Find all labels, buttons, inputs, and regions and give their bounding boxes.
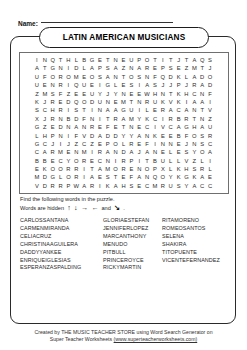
instructions-line2: Words are hidden ↑↓→← and ↘ .: [20, 203, 125, 212]
grid-cell: E: [88, 81, 96, 89]
page-title: LATIN AMERICAN MUSICIANS: [63, 33, 186, 42]
grid-cell: N: [143, 173, 151, 181]
grid-cell: R: [57, 182, 65, 190]
grid-cell: U: [33, 81, 41, 89]
grid-cell: N: [159, 90, 167, 98]
grid-cell: I: [151, 140, 159, 148]
grid-cell: R: [88, 182, 96, 190]
word-list-item: MARCANTHONY: [103, 233, 149, 241]
grid-cell: D: [64, 98, 72, 106]
grid-cell: D: [88, 132, 96, 140]
grid-cell: H: [183, 90, 191, 98]
title-banner: LATIN AMERICAN MUSICIANS: [39, 27, 209, 48]
grid-cell: B: [175, 115, 183, 123]
grid-cell: S: [198, 140, 206, 148]
grid-cell: L: [167, 165, 175, 173]
grid-cell: E: [135, 182, 143, 190]
grid-cell: R: [57, 73, 65, 81]
name-blank-line[interactable]: [41, 15, 173, 23]
grid-cell: B: [80, 56, 88, 64]
grid-cell: K: [175, 73, 183, 81]
word-list-item: MENUDO: [103, 241, 149, 249]
grid-cell: N: [151, 148, 159, 156]
grid-cell: D: [167, 73, 175, 81]
grid-cell: N: [104, 157, 112, 165]
grid-cell: S: [190, 165, 198, 173]
grid-cell: V: [167, 98, 175, 106]
grid-cell: P: [151, 165, 159, 173]
grid-cell: R: [183, 115, 191, 123]
grid-cell: L: [167, 148, 175, 156]
grid-cell: N: [135, 165, 143, 173]
grid-cell: E: [135, 123, 143, 131]
grid-cell: E: [57, 98, 65, 106]
grid-cell: R: [143, 64, 151, 72]
grid-cell: O: [143, 56, 151, 64]
grid-cell: F: [206, 90, 214, 98]
grid-cell: Z: [88, 140, 96, 148]
grid-cell: N: [96, 106, 104, 114]
grid-cell: N: [104, 98, 112, 106]
grid-cell: Q: [151, 173, 159, 181]
grid-cell: X: [159, 165, 167, 173]
grid-cell: Q: [49, 56, 57, 64]
grid-cell: Y: [190, 148, 198, 156]
grid-cell: M: [190, 64, 198, 72]
grid-cell: E: [112, 98, 120, 106]
grid-cell: R: [127, 140, 135, 148]
grid-cell: J: [175, 56, 183, 64]
grid-cell: X: [33, 115, 41, 123]
grid-cell: I: [96, 182, 104, 190]
grid-cell: C: [151, 115, 159, 123]
grid-cell: Y: [127, 132, 135, 140]
grid-cell: H: [64, 56, 72, 64]
grid-cell: O: [49, 165, 57, 173]
grid-cell: V: [206, 106, 214, 114]
grid-cell: K: [175, 165, 183, 173]
grid-cell: S: [96, 73, 104, 81]
footer-link[interactable]: (www.superteacherworksheets.com): [114, 336, 198, 342]
grid-cell: R: [159, 106, 167, 114]
grid-cell: A: [112, 64, 120, 72]
grid-cell: O: [112, 165, 120, 173]
grid-cell: K: [175, 173, 183, 181]
grid-cell: M: [80, 148, 88, 156]
grid-cell: N: [64, 123, 72, 131]
grid-cell: E: [127, 165, 135, 173]
word-list-item: ROMEOSANTOS: [162, 225, 220, 233]
grid-cell: G: [120, 106, 128, 114]
grid-cell: E: [80, 73, 88, 81]
word-list-item: SHAKIRA: [162, 241, 220, 249]
grid-cell: A: [88, 64, 96, 72]
word-list-item: RICKYMARTIN: [103, 264, 149, 272]
grid-cell: K: [190, 173, 198, 181]
grid-cell: N: [190, 106, 198, 114]
grid-cell: B: [33, 157, 41, 165]
grid-cell: S: [33, 106, 41, 114]
grid-cell: F: [104, 123, 112, 131]
word-list-item: GLORIAESTEFAN: [103, 217, 149, 225]
word-list-item: CHRISTINAAGUILERA: [20, 241, 81, 249]
grid-cell: F: [151, 73, 159, 81]
grid-cell: O: [72, 157, 80, 165]
grid-cell: P: [64, 182, 72, 190]
grid-cell: I: [64, 81, 72, 89]
grid-cell: N: [57, 132, 65, 140]
grid-cell: J: [41, 98, 49, 106]
grid-cell: I: [159, 56, 167, 64]
grid-cell: N: [72, 148, 80, 156]
grid-cell: I: [206, 157, 214, 165]
grid-cell: J: [104, 90, 112, 98]
grid-cell: T: [198, 64, 206, 72]
grid-cell: A: [190, 73, 198, 81]
footer: Created by THE MUSIC TEACHER STORE using…: [0, 329, 247, 344]
word-list-item: ENRIQUEIGLESIAS: [20, 257, 81, 265]
grid-cell: E: [135, 90, 143, 98]
grid-cell: H: [41, 132, 49, 140]
grid-cell: F: [57, 90, 65, 98]
grid-cell: L: [120, 140, 128, 148]
grid-cell: L: [206, 165, 214, 173]
grid-cell: T: [104, 115, 112, 123]
grid-cell: S: [127, 182, 135, 190]
grid-cell: I: [64, 106, 72, 114]
grid-cell: E: [206, 173, 214, 181]
grid-cell: N: [159, 140, 167, 148]
grid-cell: C: [167, 123, 175, 131]
word-list-item: JENNIFERLOPEZ: [103, 225, 149, 233]
grid-cell: W: [72, 182, 80, 190]
grid-cell: D: [120, 148, 128, 156]
grid-cell: A: [33, 64, 41, 72]
word-search-grid[interactable]: INQTHLBGETNEUPOTITJTAQSATGNIDLAPSAZNAREP…: [33, 56, 214, 191]
word-list-item: CARLOSSANTANA: [20, 217, 81, 225]
grid-cell: C: [198, 182, 206, 190]
grid-cell: A: [198, 81, 206, 89]
grid-cell: P: [159, 64, 167, 72]
grid-cell: S: [198, 132, 206, 140]
grid-cell: F: [72, 132, 80, 140]
grid-cell: D: [72, 64, 80, 72]
grid-cell: Y: [183, 182, 191, 190]
grid-cell: I: [33, 56, 41, 64]
grid-cell: B: [175, 132, 183, 140]
grid-cell: T: [112, 173, 120, 181]
grid-cell: T: [88, 165, 96, 173]
grid-cell: I: [80, 173, 88, 181]
grid-cell: I: [206, 98, 214, 106]
word-list-item: RITAMORENO: [162, 217, 220, 225]
grid-cell: E: [127, 90, 135, 98]
grid-cell: L: [72, 56, 80, 64]
grid-cell: N: [143, 73, 151, 81]
grid-cell: I: [96, 81, 104, 89]
grid-cell: L: [33, 132, 41, 140]
grid-cell: Y: [135, 115, 143, 123]
grid-cell: M: [72, 73, 80, 81]
grid-cell: I: [64, 132, 72, 140]
grid-cell: D: [41, 182, 49, 190]
grid-cell: S: [127, 81, 135, 89]
grid-cell: O: [198, 148, 206, 156]
grid-cell: E: [135, 140, 143, 148]
grid-cell: E: [64, 148, 72, 156]
grid-cell: T: [57, 56, 65, 64]
grid-cell: I: [80, 165, 88, 173]
grid-cell: K: [175, 90, 183, 98]
grid-cell: T: [127, 98, 135, 106]
grid-cell: A: [135, 173, 143, 181]
grid-cell: G: [33, 140, 41, 148]
grid-cell: R: [72, 173, 80, 181]
grid-cell: N: [167, 140, 175, 148]
grid-cell: L: [198, 157, 206, 165]
grid-cell: E: [159, 148, 167, 156]
grid-cell: I: [159, 115, 167, 123]
grid-cell: R: [96, 148, 104, 156]
grid-cell: A: [198, 98, 206, 106]
grid-cell: S: [104, 173, 112, 181]
grid-cell: R: [190, 81, 198, 89]
grid-cell: C: [80, 140, 88, 148]
word-list-item: DADDYYANKEE: [20, 249, 81, 257]
grid-cell: E: [159, 132, 167, 140]
grid-cell: J: [135, 148, 143, 156]
grid-cell: T: [143, 157, 151, 165]
grid-cell: I: [112, 157, 120, 165]
grid-cell: A: [206, 148, 214, 156]
grid-cell: K: [104, 182, 112, 190]
grid-cell: C: [41, 140, 49, 148]
grid-cell: A: [127, 148, 135, 156]
grid-cell: S: [72, 106, 80, 114]
grid-cell: P: [49, 132, 57, 140]
word-list-item: VICENTEFERNANDEZ: [162, 257, 220, 265]
grid-cell: A: [198, 173, 206, 181]
word-list-item: CARMENMIRANDA: [20, 225, 81, 233]
grid-cell: N: [57, 64, 65, 72]
direction-left-icon: ←: [91, 203, 98, 212]
grid-cell: O: [57, 165, 65, 173]
grid-cell: W: [143, 90, 151, 98]
grid-cell: V: [183, 157, 191, 165]
grid-cell: E: [112, 123, 120, 131]
direction-diagonal-icon: ↘: [114, 203, 120, 212]
grid-cell: T: [41, 64, 49, 72]
grid-cell: C: [96, 157, 104, 165]
grid-cell: S: [49, 90, 57, 98]
grid-cell: I: [88, 106, 96, 114]
grid-cell: A: [167, 106, 175, 114]
grid-cell: H: [190, 123, 198, 131]
grid-cell: K: [159, 98, 167, 106]
grid-cell: A: [41, 148, 49, 156]
grid-cell: R: [167, 115, 175, 123]
grid-cell: T: [120, 123, 128, 131]
grid-cell: L: [143, 106, 151, 114]
grid-cell: I: [135, 81, 143, 89]
grid-cell: S: [135, 73, 143, 81]
grid-cell: Z: [206, 115, 214, 123]
grid-cell: E: [120, 81, 128, 89]
grid-cell: T: [167, 90, 175, 98]
grid-cell: I: [151, 123, 159, 131]
grid-cell: D: [88, 98, 96, 106]
grid-cell: E: [120, 56, 128, 64]
grid-cell: R: [120, 157, 128, 165]
grid-cell: I: [88, 148, 96, 156]
grid-cell: O: [190, 132, 198, 140]
grid-cell: E: [96, 56, 104, 64]
grid-cell: N: [112, 148, 120, 156]
grid-cell: I: [135, 157, 143, 165]
grid-cell: E: [96, 173, 104, 181]
grid-cell: C: [175, 106, 183, 114]
grid-cell: N: [190, 140, 198, 148]
grid-cell: R: [57, 81, 65, 89]
name-label: Name:: [18, 20, 38, 27]
grid-cell: J: [183, 81, 191, 89]
grid-cell: I: [64, 64, 72, 72]
grid-cell: T: [190, 115, 198, 123]
instructions-line2-prefix: Words are hidden: [20, 204, 66, 210]
grid-cell: Z: [41, 123, 49, 131]
grid-cell: J: [183, 140, 191, 148]
grid-cell: A: [96, 165, 104, 173]
grid-cell: F: [143, 140, 151, 148]
grid-cell: E: [80, 90, 88, 98]
grid-cell: E: [151, 106, 159, 114]
grid-cell: E: [49, 123, 57, 131]
grid-cell: N: [57, 115, 65, 123]
grid-cell: A: [190, 56, 198, 64]
grid-cell: O: [159, 173, 167, 181]
grid-cell: A: [198, 123, 206, 131]
grid-cell: N: [120, 90, 128, 98]
grid-cell: D: [112, 132, 120, 140]
grid-cell: O: [143, 165, 151, 173]
grid-cell: J: [49, 140, 57, 148]
grid-cell: A: [175, 123, 183, 131]
grid-cell: P: [175, 81, 183, 89]
grid-cell: L: [167, 157, 175, 165]
grid-cell: Q: [198, 56, 206, 64]
grid-cell: S: [167, 64, 175, 72]
grid-cell: D: [198, 73, 206, 81]
grid-cell: G: [183, 123, 191, 131]
grid-cell: J: [159, 81, 167, 89]
grid-cell: Z: [183, 64, 191, 72]
grid-cell: D: [104, 132, 112, 140]
grid-cell: K: [175, 98, 183, 106]
grid-cell: S: [206, 56, 214, 64]
grid-cell: J: [167, 81, 175, 89]
word-list-item: SELENA: [162, 233, 220, 241]
grid-cell: P: [96, 64, 104, 72]
grid-cell: C: [143, 123, 151, 131]
grid-cell: R: [120, 165, 128, 173]
instructions-and-word: and: [100, 204, 112, 210]
grid-cell: E: [120, 173, 128, 181]
grid-cell: M: [104, 165, 112, 173]
grid-cell: Y: [120, 132, 128, 140]
grid-cell: T: [151, 56, 159, 64]
grid-cell: B: [151, 157, 159, 165]
grid-cell: A: [88, 173, 96, 181]
grid-cell: A: [135, 132, 143, 140]
grid-cell: M: [127, 115, 135, 123]
grid-cell: U: [96, 98, 104, 106]
grid-cell: G: [104, 81, 112, 89]
grid-cell: R: [49, 148, 57, 156]
grid-cell: G: [88, 56, 96, 64]
grid-cell: N: [143, 132, 151, 140]
grid-cell: L: [112, 81, 120, 89]
grid-cell: P: [104, 140, 112, 148]
grid-cell: V: [80, 132, 88, 140]
grid-cell: U: [167, 182, 175, 190]
grid-cell: E: [49, 157, 57, 165]
grid-cell: Z: [64, 90, 72, 98]
grid-cell: J: [206, 64, 214, 72]
grid-cell: N: [112, 56, 120, 64]
grid-cell: U: [33, 73, 41, 81]
grid-cell: E: [151, 64, 159, 72]
grid-cell: N: [112, 73, 120, 81]
grid-cell: G: [49, 64, 57, 72]
word-list-item: ESPERANZASPALDING: [20, 264, 81, 272]
grid-cell: R: [49, 98, 57, 106]
grid-cell: D: [57, 123, 65, 131]
grid-cell: T: [167, 56, 175, 64]
grid-cell: E: [175, 140, 183, 148]
grid-cell: F: [80, 115, 88, 123]
grid-cell: Y: [64, 157, 72, 165]
grid-cell: E: [33, 165, 41, 173]
grid-cell: A: [143, 81, 151, 89]
grid-cell: M: [33, 173, 41, 181]
grid-cell: M: [57, 148, 65, 156]
grid-cell: V: [33, 182, 41, 190]
grid-cell: P: [135, 56, 143, 64]
grid-cell: Z: [190, 157, 198, 165]
grid-cell: U: [159, 157, 167, 165]
grid-cell: J: [64, 140, 72, 148]
grid-cell: R: [198, 165, 206, 173]
grid-cell: E: [167, 132, 175, 140]
grid-cell: E: [72, 90, 80, 98]
grid-cell: E: [41, 81, 49, 89]
grid-cell: A: [112, 106, 120, 114]
word-list-item: PITBULL: [103, 249, 149, 257]
grid-cell: O: [88, 73, 96, 81]
grid-cell: T: [80, 106, 88, 114]
grid-cell: E: [175, 148, 183, 156]
grid-cell: R: [143, 98, 151, 106]
grid-cell: A: [190, 98, 198, 106]
grid-cell: S: [175, 182, 183, 190]
grid-cell: Y: [112, 90, 120, 98]
word-list-item: TITOPUENTE: [162, 249, 220, 257]
grid-cell: D: [206, 81, 214, 89]
grid-cell: J: [41, 115, 49, 123]
grid-cell: I: [96, 115, 104, 123]
grid-cell: Q: [159, 73, 167, 81]
name-row: Name:: [18, 9, 173, 27]
